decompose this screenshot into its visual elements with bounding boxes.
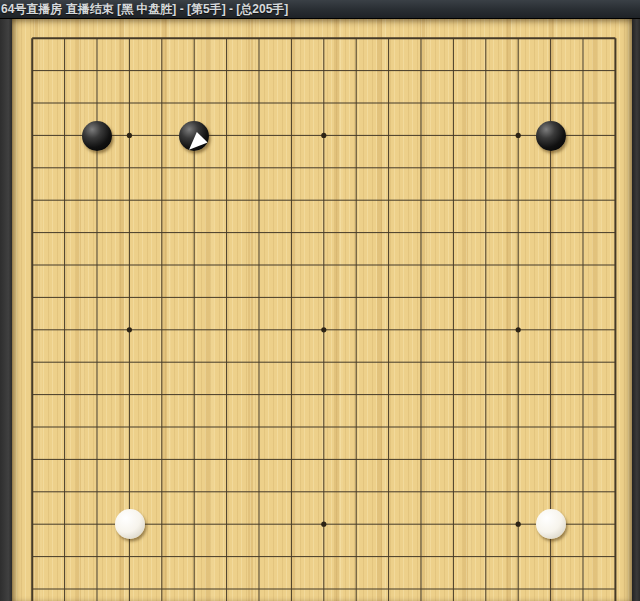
board-grid (16, 22, 632, 601)
black-stone (178, 119, 210, 151)
app-window: 64号直播房 直播结束 [黑 中盘胜] - [第5手] - [总205手] (0, 0, 640, 601)
room-title: 64号直播房 直播结束 [黑 中盘胜] - [第5手] - [总205手] (0, 0, 640, 18)
black-stone-glyph (536, 121, 566, 151)
black-stone (535, 119, 567, 151)
white-stone (535, 508, 567, 540)
go-board[interactable] (12, 19, 632, 601)
board-area (0, 19, 640, 601)
white-stone-glyph (115, 509, 145, 539)
black-stone-glyph (179, 121, 209, 151)
white-stone-glyph (536, 509, 566, 539)
right-panel-strip (632, 19, 640, 601)
last-move-marker (179, 121, 209, 151)
white-stone (113, 508, 145, 540)
title-bar: 64号直播房 直播结束 [黑 中盘胜] - [第5手] - [总205手] (0, 0, 640, 19)
black-stone-glyph (82, 121, 112, 151)
left-panel-strip (0, 19, 12, 601)
black-stone (81, 119, 113, 151)
